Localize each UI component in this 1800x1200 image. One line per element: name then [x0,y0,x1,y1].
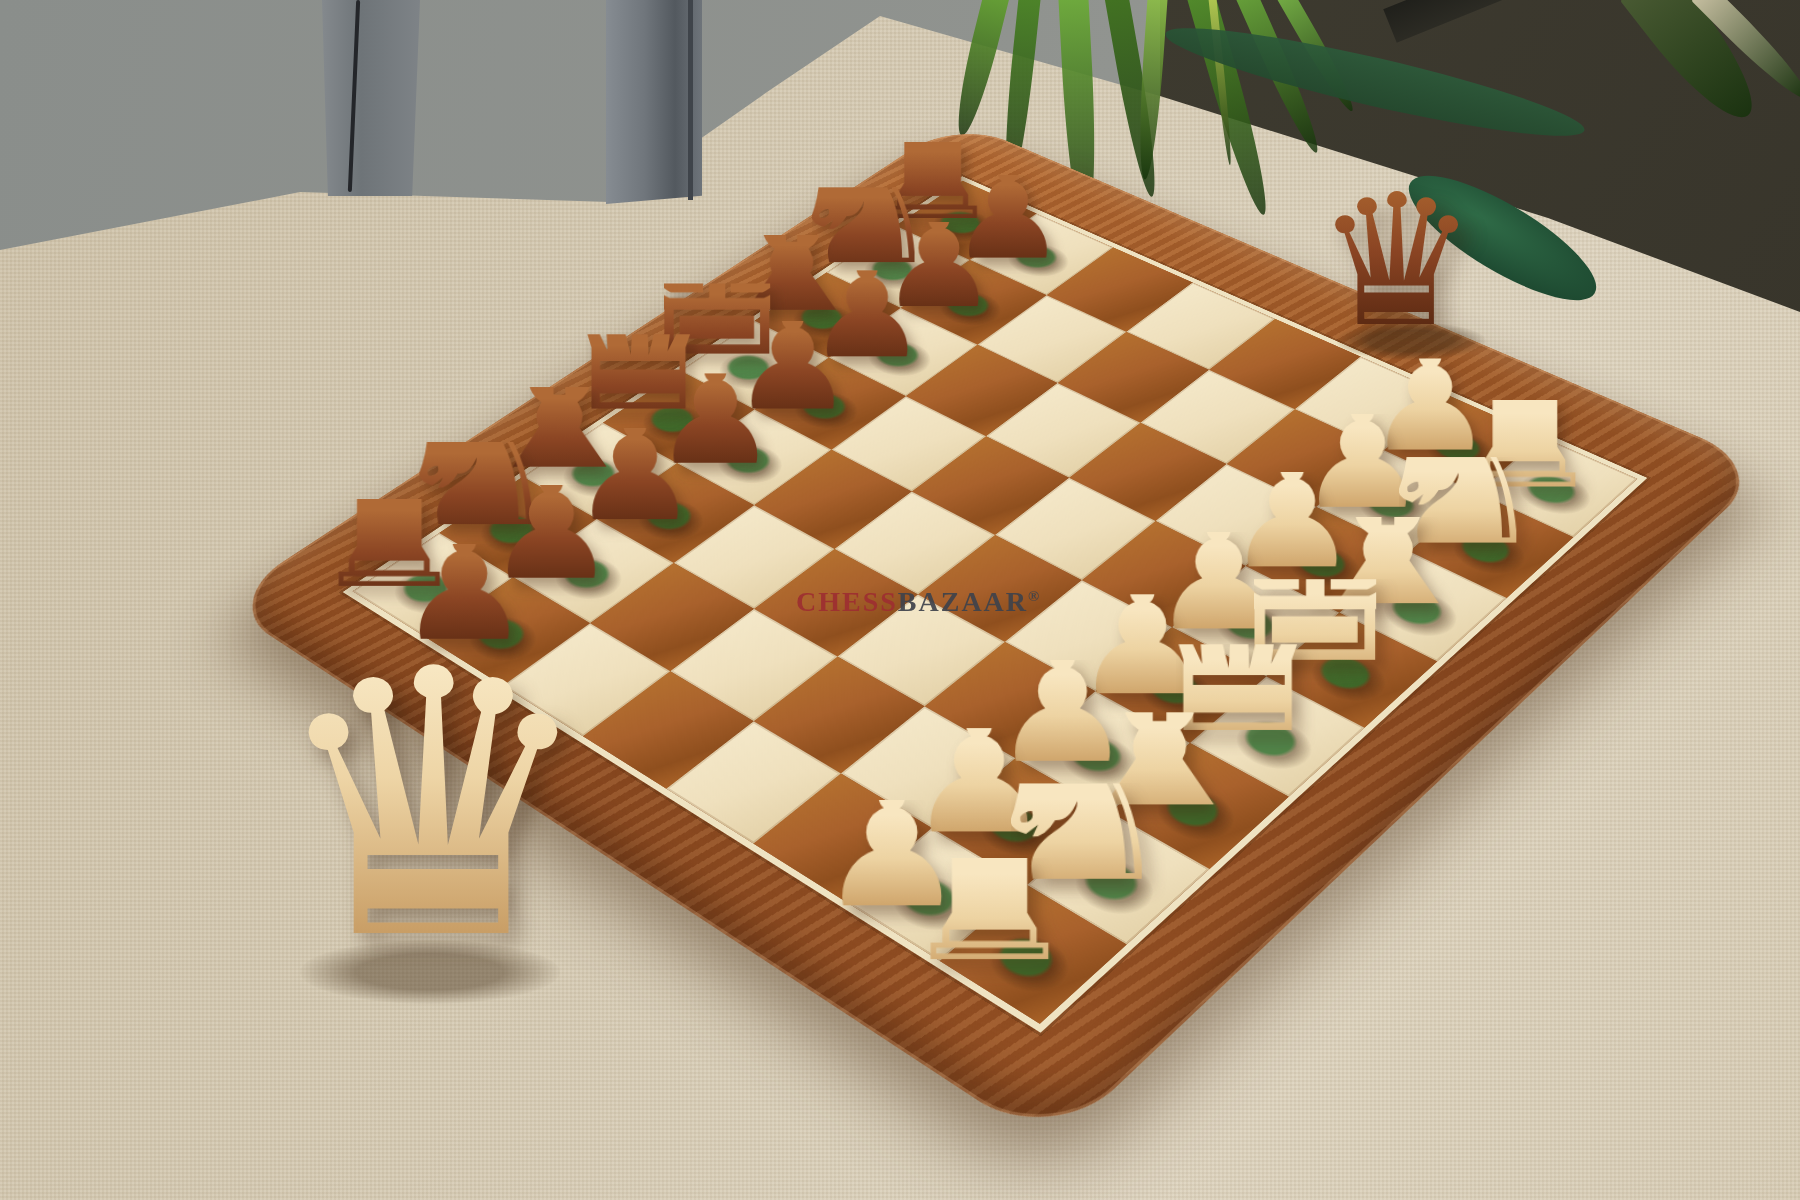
black-queen-icon: ♛ [1315,170,1478,352]
white-rook[interactable]: ♜ [922,858,1056,992]
spare-black-queen[interactable]: ♛ [1315,170,1478,352]
white-queen-icon: ♛ [268,622,598,990]
watermark-bazaar: BAZAAR [898,586,1028,617]
chessbazaar-watermark: CHESSBAZAAR® [796,586,1039,618]
watermark-chess: CHESS [796,586,898,617]
scene: ♜♟♟♜♞♟♟♞♝♟♟♝♚♟♟♚♛♟♟♛♝♟♟♝♞♟♟♞♜♟♟♜ ♛ ♛ CHE… [0,0,1800,1200]
spare-white-queen[interactable]: ♛ [268,622,598,990]
watermark-registered: ® [1028,588,1039,604]
